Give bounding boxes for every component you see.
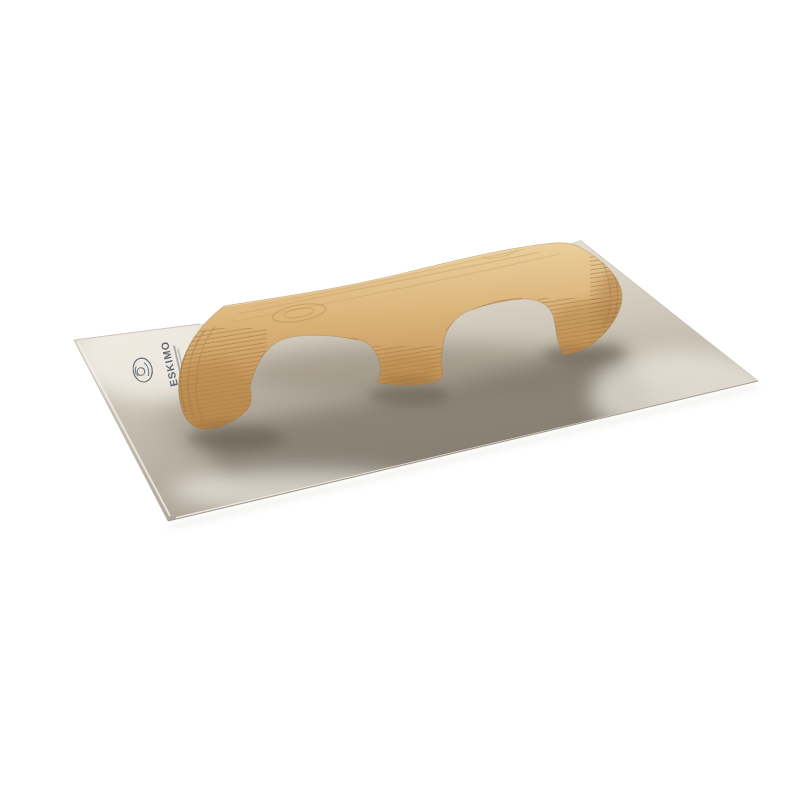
product-screenshot: ESKIMO [0, 0, 800, 800]
trowel-product-image: ESKIMO [0, 0, 800, 800]
